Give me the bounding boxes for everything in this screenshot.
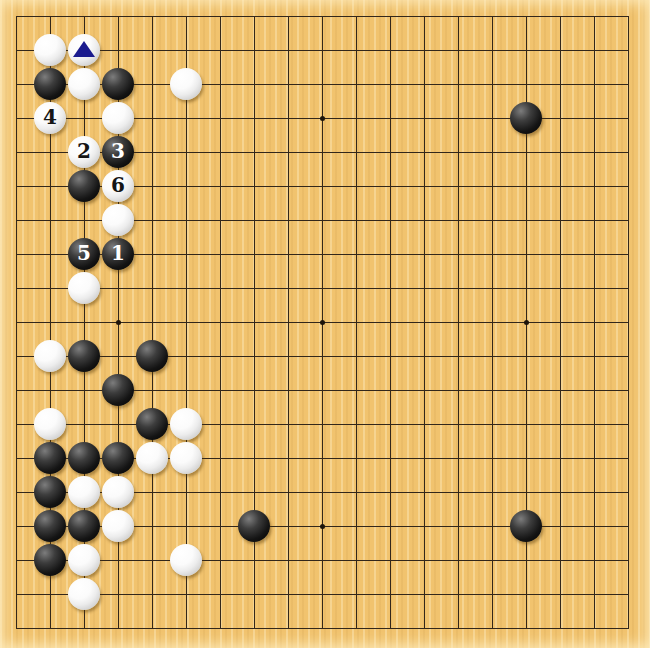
- black-stone: [102, 374, 134, 406]
- move-number-label: 4: [43, 107, 57, 127]
- star-point: [320, 320, 325, 325]
- white-stone: [170, 68, 202, 100]
- white-stone: [68, 272, 100, 304]
- white-stone: 2: [68, 136, 100, 168]
- black-stone: [510, 102, 542, 134]
- black-stone: [102, 442, 134, 474]
- white-stone: 4: [34, 102, 66, 134]
- white-stone: [68, 544, 100, 576]
- move-number-label: 5: [77, 243, 91, 263]
- star-point: [320, 116, 325, 121]
- white-stone: [136, 442, 168, 474]
- black-stone: [68, 170, 100, 202]
- star-point: [320, 524, 325, 529]
- white-stone: [68, 578, 100, 610]
- black-stone: [136, 340, 168, 372]
- black-stone: [34, 442, 66, 474]
- black-stone: [34, 68, 66, 100]
- white-stone: [34, 340, 66, 372]
- move-number-label: 1: [111, 243, 125, 263]
- black-stone: [238, 510, 270, 542]
- white-stone: [170, 442, 202, 474]
- black-stone: [34, 544, 66, 576]
- move-number-label: 6: [111, 175, 125, 195]
- black-stone: [34, 476, 66, 508]
- white-stone: [68, 68, 100, 100]
- white-stone: [102, 476, 134, 508]
- black-stone: 1: [102, 238, 134, 270]
- white-stone: [34, 408, 66, 440]
- go-board[interactable]: 423651: [0, 0, 650, 648]
- black-stone: 3: [102, 136, 134, 168]
- black-stone: [102, 68, 134, 100]
- white-stone: [170, 408, 202, 440]
- white-stone: [34, 34, 66, 66]
- star-point: [524, 320, 529, 325]
- black-stone: [68, 340, 100, 372]
- triangle-marker-icon: [73, 41, 95, 57]
- white-stone: 6: [102, 170, 134, 202]
- star-point: [116, 320, 121, 325]
- white-stone: [102, 102, 134, 134]
- black-stone: 5: [68, 238, 100, 270]
- move-number-label: 2: [77, 141, 91, 161]
- black-stone: [68, 510, 100, 542]
- white-stone: [102, 204, 134, 236]
- white-stone: [102, 510, 134, 542]
- black-stone: [68, 442, 100, 474]
- go-app-window: 423651: [0, 0, 650, 648]
- black-stone: [510, 510, 542, 542]
- white-stone: [170, 544, 202, 576]
- black-stone: [136, 408, 168, 440]
- black-stone: [34, 510, 66, 542]
- white-stone: [68, 476, 100, 508]
- move-number-label: 3: [111, 141, 125, 161]
- white-stone: [68, 34, 100, 66]
